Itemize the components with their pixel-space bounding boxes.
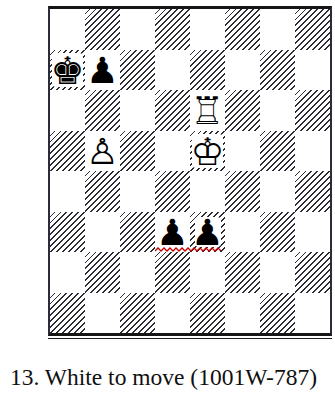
square-d5: [155, 131, 190, 172]
square-f6: [225, 90, 260, 131]
square-b5: ♙: [85, 131, 120, 172]
square-e7: [190, 50, 225, 91]
square-e4: [190, 171, 225, 212]
square-b8: [85, 9, 120, 50]
square-f4: [225, 171, 260, 212]
square-f8: [225, 9, 260, 50]
square-e2: [190, 252, 225, 293]
square-c6: [120, 90, 155, 131]
square-f2: [225, 252, 260, 293]
piece-black-king: ♚: [52, 53, 83, 87]
chess-board: ♚♟♖♙♔♟♟: [48, 6, 332, 336]
square-h3: [295, 212, 330, 253]
square-h8: [295, 9, 330, 50]
square-f7: [225, 50, 260, 91]
square-g8: [260, 9, 295, 50]
square-d3: ♟: [155, 212, 190, 253]
square-b3: [85, 212, 120, 253]
square-h4: [295, 171, 330, 212]
square-g4: [260, 171, 295, 212]
square-h5: [295, 131, 330, 172]
square-h6: [295, 90, 330, 131]
document-page: ♚♟♖♙♔♟♟ 13. White to move (1001W-787): [0, 0, 335, 400]
piece-white-rook: ♖: [192, 93, 223, 127]
square-g1: [260, 293, 295, 334]
square-b2: [85, 252, 120, 293]
square-g5: [260, 131, 295, 172]
square-h1: [295, 293, 330, 334]
diagram-caption: 13. White to move (1001W-787): [10, 364, 335, 391]
square-a4: [50, 171, 85, 212]
black-king-glyph: ♚: [50, 52, 84, 90]
square-c4: [120, 171, 155, 212]
square-a8: [50, 9, 85, 50]
square-h7: [295, 50, 330, 91]
square-a2: [50, 252, 85, 293]
square-e8: [190, 9, 225, 50]
square-f3: [225, 212, 260, 253]
white-pawn-glyph: ♙: [86, 134, 118, 170]
piece-black-pawn: ♟: [90, 55, 116, 85]
square-a6: [50, 90, 85, 131]
square-b6: [85, 90, 120, 131]
square-g2: [260, 252, 295, 293]
square-c1: [120, 293, 155, 334]
square-c5: [120, 131, 155, 172]
square-b4: [85, 171, 120, 212]
square-g3: [260, 212, 295, 253]
square-b1: [85, 293, 120, 334]
square-a5: [50, 131, 85, 172]
square-f1: [225, 293, 260, 334]
square-d6: [155, 90, 190, 131]
square-e1: [190, 293, 225, 334]
square-g7: [260, 50, 295, 91]
piece-black-pawn: ♟: [160, 217, 186, 247]
square-c3: [120, 212, 155, 253]
black-pawn-glyph: ♟: [156, 215, 188, 251]
square-c2: [120, 252, 155, 293]
square-d2: [155, 252, 190, 293]
square-f5: [225, 131, 260, 172]
piece-white-king: ♔: [192, 134, 223, 168]
square-d4: [155, 171, 190, 212]
white-rook-glyph: ♖: [190, 92, 224, 130]
square-a3: [50, 212, 85, 253]
square-d7: [155, 50, 190, 91]
piece-black-pawn: ♟: [195, 217, 221, 247]
square-g6: [260, 90, 295, 131]
square-e6: ♖: [190, 90, 225, 131]
square-e3: ♟: [190, 212, 225, 253]
square-h2: [295, 252, 330, 293]
square-c8: [120, 9, 155, 50]
square-d1: [155, 293, 190, 334]
square-d8: [155, 9, 190, 50]
white-king-glyph: ♔: [190, 133, 224, 171]
square-a7: ♚: [50, 50, 85, 91]
red-squiggle-underline-icon: [155, 247, 222, 252]
black-pawn-glyph: ♟: [86, 53, 118, 89]
piece-white-pawn: ♙: [90, 136, 116, 166]
black-pawn-glyph: ♟: [191, 215, 223, 251]
square-e5: ♔: [190, 131, 225, 172]
square-c7: [120, 50, 155, 91]
square-b7: ♟: [85, 50, 120, 91]
square-a1: [50, 293, 85, 334]
